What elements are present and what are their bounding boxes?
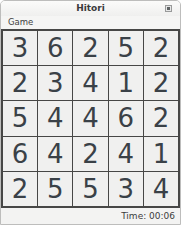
cell-r2c1[interactable]: 2 bbox=[3, 66, 37, 100]
close-button[interactable] bbox=[164, 4, 173, 13]
cell-r5c2[interactable]: 5 bbox=[38, 172, 72, 206]
cell-r2c3[interactable]: 4 bbox=[73, 66, 107, 100]
hitori-board: 3625223412544626424125534 bbox=[1, 29, 180, 208]
close-icon bbox=[165, 5, 172, 12]
window-title: Hitori bbox=[76, 1, 105, 16]
cell-r2c4[interactable]: 1 bbox=[109, 66, 143, 100]
cell-r2c2[interactable]: 3 bbox=[38, 66, 72, 100]
titlebar: Hitori bbox=[1, 1, 180, 16]
hitori-window: Hitori Game 3625223412544626424125534 Ti… bbox=[0, 0, 181, 225]
cell-r5c1[interactable]: 2 bbox=[3, 172, 37, 206]
cell-r1c1[interactable]: 3 bbox=[3, 31, 37, 65]
cell-r4c5[interactable]: 1 bbox=[144, 137, 178, 171]
cell-r5c3[interactable]: 5 bbox=[73, 172, 107, 206]
cell-r1c3[interactable]: 2 bbox=[73, 31, 107, 65]
menu-game[interactable]: Game bbox=[8, 16, 33, 29]
cell-r4c3[interactable]: 2 bbox=[73, 137, 107, 171]
cell-r3c1[interactable]: 5 bbox=[3, 101, 37, 135]
cell-r1c4[interactable]: 5 bbox=[109, 31, 143, 65]
cell-r4c4[interactable]: 4 bbox=[109, 137, 143, 171]
cell-r3c2[interactable]: 4 bbox=[38, 101, 72, 135]
cell-r4c2[interactable]: 4 bbox=[38, 137, 72, 171]
cell-r3c4[interactable]: 6 bbox=[109, 101, 143, 135]
cell-r5c4[interactable]: 3 bbox=[109, 172, 143, 206]
timer-label: Time: 00:06 bbox=[121, 211, 175, 221]
statusbar: Time: 00:06 bbox=[1, 208, 180, 224]
cell-r3c3[interactable]: 4 bbox=[73, 101, 107, 135]
cell-r1c2[interactable]: 6 bbox=[38, 31, 72, 65]
cell-r3c5[interactable]: 2 bbox=[144, 101, 178, 135]
cell-r4c1[interactable]: 6 bbox=[3, 137, 37, 171]
menubar: Game bbox=[1, 16, 180, 29]
cell-r2c5[interactable]: 2 bbox=[144, 66, 178, 100]
cell-r5c5[interactable]: 4 bbox=[144, 172, 178, 206]
cell-r1c5[interactable]: 2 bbox=[144, 31, 178, 65]
